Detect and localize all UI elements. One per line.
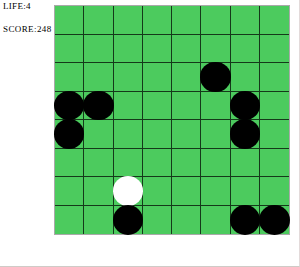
board-cell[interactable]: [84, 206, 113, 235]
board-cell[interactable]: [260, 177, 289, 206]
board-cell[interactable]: [143, 149, 172, 178]
board-cell[interactable]: [201, 149, 230, 178]
board-cell[interactable]: [260, 206, 289, 235]
board-cell[interactable]: [172, 35, 201, 64]
black-disc[interactable]: [113, 205, 143, 236]
board-cell[interactable]: [260, 63, 289, 92]
board-cell[interactable]: [172, 177, 201, 206]
board-cell[interactable]: [172, 6, 201, 35]
board-cell[interactable]: [55, 177, 84, 206]
black-disc[interactable]: [230, 205, 260, 236]
board-cell[interactable]: [84, 149, 113, 178]
board-cell[interactable]: [84, 63, 113, 92]
board-cell[interactable]: [231, 206, 260, 235]
board-cell[interactable]: [260, 149, 289, 178]
white-disc[interactable]: [113, 176, 143, 206]
board-cell[interactable]: [172, 120, 201, 149]
board-cell[interactable]: [114, 35, 143, 64]
board-cell[interactable]: [231, 63, 260, 92]
board-cell[interactable]: [231, 120, 260, 149]
board-cell[interactable]: [143, 120, 172, 149]
board-cell[interactable]: [231, 177, 260, 206]
board-cell[interactable]: [84, 120, 113, 149]
black-disc[interactable]: [54, 91, 84, 121]
board-cell[interactable]: [201, 63, 230, 92]
board-cell[interactable]: [143, 63, 172, 92]
board-cell[interactable]: [260, 120, 289, 149]
board-cell[interactable]: [55, 35, 84, 64]
board-cell[interactable]: [55, 206, 84, 235]
board-cell[interactable]: [172, 63, 201, 92]
black-disc[interactable]: [230, 119, 260, 149]
board-cell[interactable]: [114, 92, 143, 121]
board-cell[interactable]: [143, 206, 172, 235]
board-cell[interactable]: [143, 6, 172, 35]
board-cell[interactable]: [55, 63, 84, 92]
board-cell[interactable]: [114, 206, 143, 235]
game-board[interactable]: [54, 5, 290, 235]
board-cell[interactable]: [114, 120, 143, 149]
board-cell[interactable]: [114, 177, 143, 206]
black-disc[interactable]: [259, 205, 290, 236]
black-disc[interactable]: [200, 62, 230, 92]
board-cell[interactable]: [55, 120, 84, 149]
board-cell[interactable]: [172, 92, 201, 121]
board-cell[interactable]: [231, 149, 260, 178]
board-cell[interactable]: [84, 6, 113, 35]
board-cell[interactable]: [84, 35, 113, 64]
black-disc[interactable]: [54, 119, 84, 149]
board-cell[interactable]: [201, 92, 230, 121]
board-cell[interactable]: [201, 6, 230, 35]
board-cell[interactable]: [201, 206, 230, 235]
board-cell[interactable]: [55, 149, 84, 178]
board-cell[interactable]: [143, 92, 172, 121]
black-disc[interactable]: [230, 91, 260, 121]
board-cell[interactable]: [172, 206, 201, 235]
board-cell[interactable]: [231, 35, 260, 64]
board-cell[interactable]: [260, 92, 289, 121]
board-cell[interactable]: [231, 92, 260, 121]
board-cell[interactable]: [84, 92, 113, 121]
black-disc[interactable]: [83, 91, 113, 121]
board-cell[interactable]: [143, 35, 172, 64]
game-window: LIFE:4 SCORE:248: [0, 0, 300, 267]
board-cell[interactable]: [114, 6, 143, 35]
board-cell[interactable]: [84, 177, 113, 206]
life-counter: LIFE:4: [3, 1, 31, 11]
board-cell[interactable]: [201, 120, 230, 149]
board-cell[interactable]: [260, 6, 289, 35]
board-cell[interactable]: [114, 63, 143, 92]
board-cell[interactable]: [114, 149, 143, 178]
board-cell[interactable]: [172, 149, 201, 178]
board-cell[interactable]: [231, 6, 260, 35]
board-cell[interactable]: [260, 35, 289, 64]
score-counter: SCORE:248: [3, 24, 52, 34]
board-cell[interactable]: [201, 177, 230, 206]
board-cell[interactable]: [55, 6, 84, 35]
board-cell[interactable]: [143, 177, 172, 206]
board-cell[interactable]: [201, 35, 230, 64]
board-cell[interactable]: [55, 92, 84, 121]
